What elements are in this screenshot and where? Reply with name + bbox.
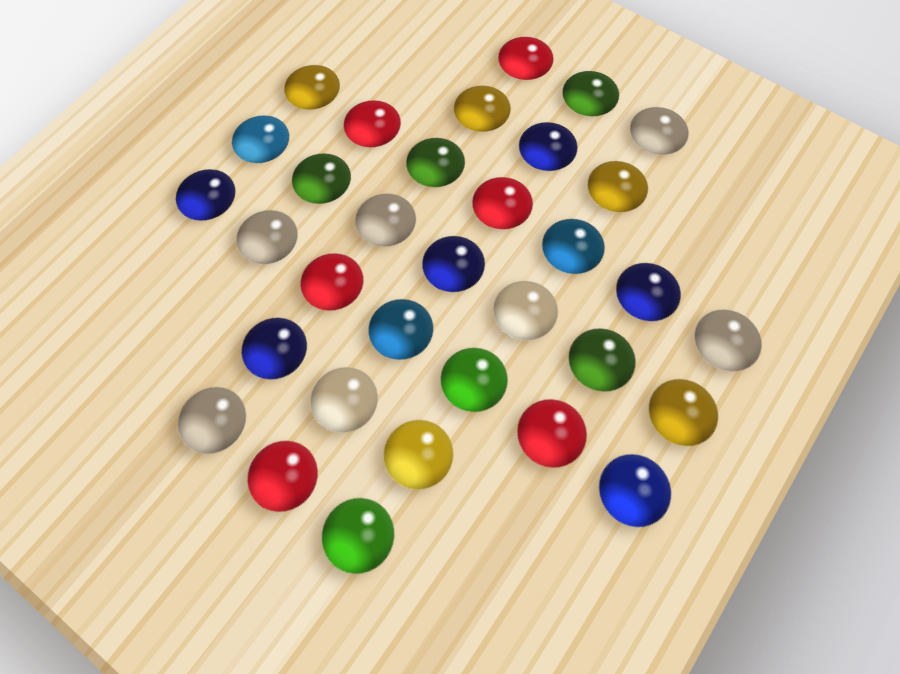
photo-background (0, 0, 900, 674)
wooden-solitaire-board (0, 0, 900, 674)
solitaire-grid (20, 0, 865, 674)
